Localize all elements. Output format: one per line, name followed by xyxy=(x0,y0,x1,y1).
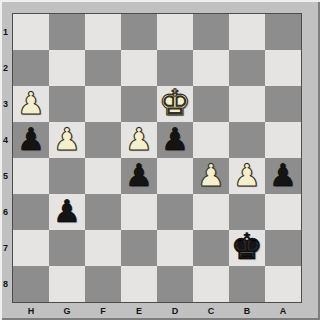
square-a3[interactable] xyxy=(265,86,301,122)
square-f4[interactable] xyxy=(85,122,121,158)
square-c3[interactable] xyxy=(193,86,229,122)
rank-label-4: 4 xyxy=(0,122,11,158)
square-c4[interactable] xyxy=(193,122,229,158)
square-a6[interactable] xyxy=(265,194,301,230)
square-h7[interactable] xyxy=(13,230,49,266)
square-e3[interactable] xyxy=(121,86,157,122)
piece-black-pawn-e5[interactable]: ♟ xyxy=(125,160,153,191)
square-d7[interactable] xyxy=(157,230,193,266)
square-g8[interactable] xyxy=(49,266,85,302)
square-d1[interactable] xyxy=(157,14,193,50)
square-h3[interactable]: ♟ xyxy=(13,86,49,122)
square-h8[interactable] xyxy=(13,266,49,302)
piece-black-pawn-d4[interactable]: ♟ xyxy=(161,124,189,155)
square-c8[interactable] xyxy=(193,266,229,302)
piece-white-pawn-c5[interactable]: ♟ xyxy=(197,160,225,191)
file-label-e: E xyxy=(121,303,157,318)
square-d3[interactable]: ♚ xyxy=(157,86,193,122)
square-f5[interactable] xyxy=(85,158,121,194)
square-c1[interactable] xyxy=(193,14,229,50)
rank-label-8: 8 xyxy=(0,266,11,302)
square-a5[interactable]: ♟ xyxy=(265,158,301,194)
file-label-h: H xyxy=(13,303,49,318)
piece-white-pawn-h3[interactable]: ♟ xyxy=(17,88,45,119)
piece-black-pawn-g6[interactable]: ♟ xyxy=(53,196,81,227)
square-a7[interactable] xyxy=(265,230,301,266)
square-d8[interactable] xyxy=(157,266,193,302)
square-h5[interactable] xyxy=(13,158,49,194)
square-b5[interactable]: ♟ xyxy=(229,158,265,194)
square-f7[interactable] xyxy=(85,230,121,266)
square-e8[interactable] xyxy=(121,266,157,302)
square-g2[interactable] xyxy=(49,50,85,86)
square-b8[interactable] xyxy=(229,266,265,302)
square-e1[interactable] xyxy=(121,14,157,50)
rank-label-2: 2 xyxy=(0,50,11,86)
square-a2[interactable] xyxy=(265,50,301,86)
square-c5[interactable]: ♟ xyxy=(193,158,229,194)
rank-label-5: 5 xyxy=(0,158,11,194)
square-b1[interactable] xyxy=(229,14,265,50)
chess-board-panel: 12345678 ♟♚♟♟♟♟♟♟♟♟♟♚ HGFEDCBA xyxy=(0,0,320,320)
file-label-f: F xyxy=(85,303,121,318)
square-b4[interactable] xyxy=(229,122,265,158)
piece-white-king-d3[interactable]: ♚ xyxy=(159,85,191,121)
square-e5[interactable]: ♟ xyxy=(121,158,157,194)
rank-labels: 12345678 xyxy=(0,14,11,302)
piece-white-pawn-e4[interactable]: ♟ xyxy=(125,124,153,155)
square-a8[interactable] xyxy=(265,266,301,302)
square-f1[interactable] xyxy=(85,14,121,50)
square-e4[interactable]: ♟ xyxy=(121,122,157,158)
square-h6[interactable] xyxy=(13,194,49,230)
square-c6[interactable] xyxy=(193,194,229,230)
rank-label-3: 3 xyxy=(0,86,11,122)
rank-label-6: 6 xyxy=(0,194,11,230)
square-f6[interactable] xyxy=(85,194,121,230)
square-d5[interactable] xyxy=(157,158,193,194)
square-h2[interactable] xyxy=(13,50,49,86)
square-b6[interactable] xyxy=(229,194,265,230)
square-c7[interactable] xyxy=(193,230,229,266)
piece-black-king-b7[interactable]: ♚ xyxy=(231,229,263,265)
square-f8[interactable] xyxy=(85,266,121,302)
piece-black-pawn-h4[interactable]: ♟ xyxy=(17,124,45,155)
file-label-d: D xyxy=(157,303,193,318)
square-f3[interactable] xyxy=(85,86,121,122)
square-h4[interactable]: ♟ xyxy=(13,122,49,158)
square-g7[interactable] xyxy=(49,230,85,266)
file-label-b: B xyxy=(229,303,265,318)
square-c2[interactable] xyxy=(193,50,229,86)
piece-white-pawn-g4[interactable]: ♟ xyxy=(53,124,81,155)
square-a1[interactable] xyxy=(265,14,301,50)
file-label-c: C xyxy=(193,303,229,318)
square-b3[interactable] xyxy=(229,86,265,122)
square-g6[interactable]: ♟ xyxy=(49,194,85,230)
square-e7[interactable] xyxy=(121,230,157,266)
square-h1[interactable] xyxy=(13,14,49,50)
piece-black-pawn-a5[interactable]: ♟ xyxy=(269,160,297,191)
rank-label-1: 1 xyxy=(0,14,11,50)
square-g5[interactable] xyxy=(49,158,85,194)
square-b2[interactable] xyxy=(229,50,265,86)
square-d2[interactable] xyxy=(157,50,193,86)
square-e6[interactable] xyxy=(121,194,157,230)
file-label-g: G xyxy=(49,303,85,318)
square-g4[interactable]: ♟ xyxy=(49,122,85,158)
square-e2[interactable] xyxy=(121,50,157,86)
board: ♟♚♟♟♟♟♟♟♟♟♟♚ xyxy=(12,13,302,303)
square-d6[interactable] xyxy=(157,194,193,230)
file-labels: HGFEDCBA xyxy=(13,303,301,318)
square-d4[interactable]: ♟ xyxy=(157,122,193,158)
file-label-a: A xyxy=(265,303,301,318)
square-g3[interactable] xyxy=(49,86,85,122)
piece-white-pawn-b5[interactable]: ♟ xyxy=(233,160,261,191)
square-g1[interactable] xyxy=(49,14,85,50)
rank-label-7: 7 xyxy=(0,230,11,266)
square-f2[interactable] xyxy=(85,50,121,86)
square-b7[interactable]: ♚ xyxy=(229,230,265,266)
square-a4[interactable] xyxy=(265,122,301,158)
